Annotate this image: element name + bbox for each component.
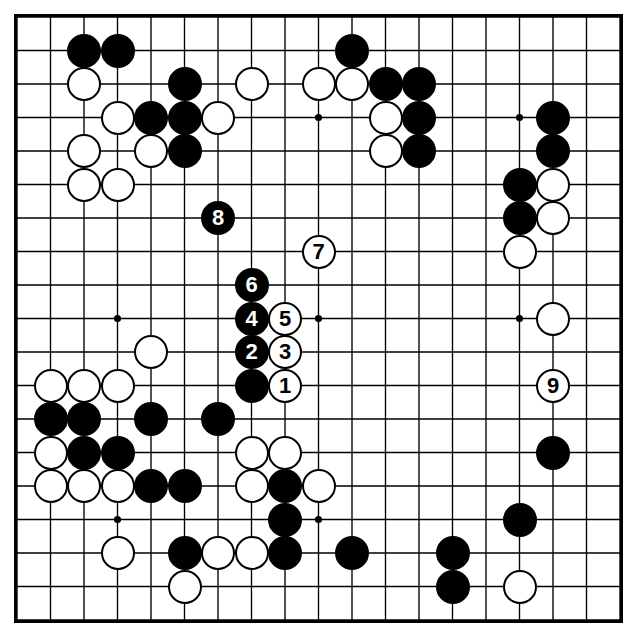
white-stone bbox=[335, 67, 369, 101]
black-stone bbox=[101, 34, 135, 68]
move-number-label: 3 bbox=[279, 341, 291, 363]
move-number-label: 7 bbox=[312, 240, 324, 262]
white-stone bbox=[67, 134, 101, 168]
black-stone bbox=[268, 503, 302, 537]
move-number-label: 2 bbox=[245, 341, 257, 363]
black-stone bbox=[536, 101, 570, 135]
board-intersection bbox=[235, 67, 269, 101]
stone-move-4: 4 bbox=[235, 302, 269, 336]
white-stone bbox=[503, 570, 537, 604]
black-stone bbox=[168, 469, 202, 503]
board-intersection: 9 bbox=[536, 369, 570, 403]
board-intersection bbox=[201, 402, 235, 436]
stone-move-8: 8 bbox=[201, 201, 235, 235]
black-stone bbox=[168, 67, 202, 101]
board-intersection bbox=[268, 469, 302, 503]
stone-move-9: 9 bbox=[536, 369, 570, 403]
white-stone bbox=[168, 570, 202, 604]
white-stone bbox=[67, 67, 101, 101]
white-stone bbox=[34, 436, 68, 470]
black-stone bbox=[134, 101, 168, 135]
board-intersection bbox=[235, 536, 269, 570]
white-stone bbox=[235, 469, 269, 503]
black-stone bbox=[168, 134, 202, 168]
board-intersection bbox=[201, 536, 235, 570]
stone-move-2: 2 bbox=[235, 335, 269, 369]
board-intersection: 6 bbox=[235, 268, 269, 302]
white-stone bbox=[536, 168, 570, 202]
black-stone bbox=[134, 402, 168, 436]
black-stone bbox=[201, 402, 235, 436]
board-intersection bbox=[335, 536, 369, 570]
board-intersection bbox=[134, 134, 168, 168]
board-intersection bbox=[335, 34, 369, 68]
white-stone bbox=[369, 101, 403, 135]
white-stone bbox=[201, 101, 235, 135]
board-intersection bbox=[436, 570, 470, 604]
white-stone bbox=[101, 101, 135, 135]
white-stone bbox=[101, 536, 135, 570]
move-number-label: 5 bbox=[279, 307, 291, 329]
black-stone bbox=[503, 503, 537, 537]
stone-move-7: 7 bbox=[302, 235, 336, 269]
black-stone bbox=[168, 536, 202, 570]
board-intersection bbox=[101, 168, 135, 202]
stone-move-5: 5 bbox=[268, 302, 302, 336]
black-stone bbox=[268, 469, 302, 503]
board-intersection bbox=[268, 436, 302, 470]
white-stone bbox=[101, 369, 135, 403]
board-intersection bbox=[101, 536, 135, 570]
board-intersection bbox=[201, 101, 235, 135]
white-stone bbox=[134, 134, 168, 168]
board-intersection bbox=[503, 235, 537, 269]
board-intersection bbox=[67, 369, 101, 403]
board-intersection bbox=[268, 503, 302, 537]
board-intersection bbox=[101, 101, 135, 135]
board-intersection: 1 bbox=[268, 369, 302, 403]
white-stone bbox=[536, 201, 570, 235]
white-stone bbox=[67, 168, 101, 202]
black-stone bbox=[67, 34, 101, 68]
black-stone bbox=[67, 436, 101, 470]
white-stone bbox=[67, 369, 101, 403]
board-intersection bbox=[34, 402, 68, 436]
move-number-label: 9 bbox=[547, 374, 559, 396]
black-stone bbox=[436, 570, 470, 604]
white-stone bbox=[268, 436, 302, 470]
black-stone bbox=[335, 536, 369, 570]
board-intersection bbox=[168, 134, 202, 168]
board-intersection bbox=[369, 134, 403, 168]
go-board[interactable]: 876452319 bbox=[0, 0, 640, 640]
white-stone bbox=[134, 335, 168, 369]
board-intersection bbox=[67, 469, 101, 503]
board-intersection bbox=[235, 369, 269, 403]
white-stone bbox=[235, 67, 269, 101]
black-stone bbox=[536, 436, 570, 470]
move-number-label: 6 bbox=[245, 274, 257, 296]
white-stone bbox=[369, 134, 403, 168]
board-intersection bbox=[134, 335, 168, 369]
stone-move-1: 1 bbox=[268, 369, 302, 403]
black-stone bbox=[402, 134, 436, 168]
board-intersection bbox=[503, 503, 537, 537]
move-number-label: 8 bbox=[212, 207, 224, 229]
board-intersection bbox=[436, 536, 470, 570]
white-stone bbox=[503, 235, 537, 269]
white-stone bbox=[235, 436, 269, 470]
board-intersection bbox=[101, 436, 135, 470]
white-stone bbox=[34, 369, 68, 403]
board-intersection bbox=[536, 302, 570, 336]
board-intersection bbox=[101, 469, 135, 503]
black-stone bbox=[168, 101, 202, 135]
board-intersection bbox=[536, 201, 570, 235]
board-intersection bbox=[235, 469, 269, 503]
stone-move-3: 3 bbox=[268, 335, 302, 369]
black-stone bbox=[67, 402, 101, 436]
black-stone bbox=[402, 101, 436, 135]
board-intersection bbox=[536, 436, 570, 470]
board-intersection bbox=[302, 469, 336, 503]
board-intersection bbox=[34, 436, 68, 470]
black-stone bbox=[402, 67, 436, 101]
black-stone bbox=[268, 536, 302, 570]
black-stone bbox=[436, 536, 470, 570]
white-stone bbox=[302, 469, 336, 503]
board-intersection bbox=[67, 134, 101, 168]
board-intersection bbox=[101, 369, 135, 403]
black-stone bbox=[235, 369, 269, 403]
board-intersection bbox=[536, 168, 570, 202]
board-intersection bbox=[402, 134, 436, 168]
white-stone bbox=[67, 469, 101, 503]
board-intersection bbox=[168, 570, 202, 604]
board-intersection bbox=[134, 469, 168, 503]
board-intersection bbox=[67, 67, 101, 101]
board-intersection bbox=[168, 536, 202, 570]
board-intersection bbox=[67, 402, 101, 436]
board-intersection bbox=[34, 469, 68, 503]
board-intersection bbox=[335, 67, 369, 101]
board-intersection bbox=[67, 34, 101, 68]
board-intersection bbox=[67, 168, 101, 202]
black-stone bbox=[503, 201, 537, 235]
board-intersection bbox=[134, 101, 168, 135]
board-intersection: 3 bbox=[268, 335, 302, 369]
stone-move-6: 6 bbox=[235, 268, 269, 302]
board-intersection bbox=[402, 67, 436, 101]
black-stone bbox=[134, 469, 168, 503]
black-stone bbox=[536, 134, 570, 168]
board-intersection bbox=[536, 101, 570, 135]
white-stone bbox=[536, 302, 570, 336]
board-intersection bbox=[503, 168, 537, 202]
white-stone bbox=[201, 536, 235, 570]
board-intersection bbox=[101, 34, 135, 68]
board-intersection bbox=[134, 402, 168, 436]
stone-grid: 876452319 bbox=[0, 0, 637, 637]
black-stone bbox=[503, 168, 537, 202]
white-stone bbox=[235, 536, 269, 570]
white-stone bbox=[34, 469, 68, 503]
board-intersection: 8 bbox=[201, 201, 235, 235]
board-intersection bbox=[268, 536, 302, 570]
board-intersection bbox=[168, 469, 202, 503]
board-intersection bbox=[168, 67, 202, 101]
board-intersection bbox=[168, 101, 202, 135]
move-number-label: 1 bbox=[279, 374, 291, 396]
board-intersection bbox=[67, 436, 101, 470]
board-intersection bbox=[302, 67, 336, 101]
board-intersection: 2 bbox=[235, 335, 269, 369]
black-stone bbox=[34, 402, 68, 436]
black-stone bbox=[335, 34, 369, 68]
board-intersection bbox=[536, 134, 570, 168]
black-stone bbox=[101, 436, 135, 470]
board-intersection bbox=[503, 570, 537, 604]
board-intersection bbox=[503, 201, 537, 235]
board-intersection bbox=[235, 436, 269, 470]
black-stone bbox=[369, 67, 403, 101]
white-stone bbox=[101, 469, 135, 503]
move-number-label: 4 bbox=[245, 307, 257, 329]
board-intersection bbox=[369, 101, 403, 135]
board-intersection: 4 bbox=[235, 302, 269, 336]
white-stone bbox=[101, 168, 135, 202]
board-intersection: 5 bbox=[268, 302, 302, 336]
board-intersection bbox=[402, 101, 436, 135]
board-intersection bbox=[369, 67, 403, 101]
board-intersection bbox=[34, 369, 68, 403]
white-stone bbox=[302, 67, 336, 101]
board-intersection: 7 bbox=[302, 235, 336, 269]
